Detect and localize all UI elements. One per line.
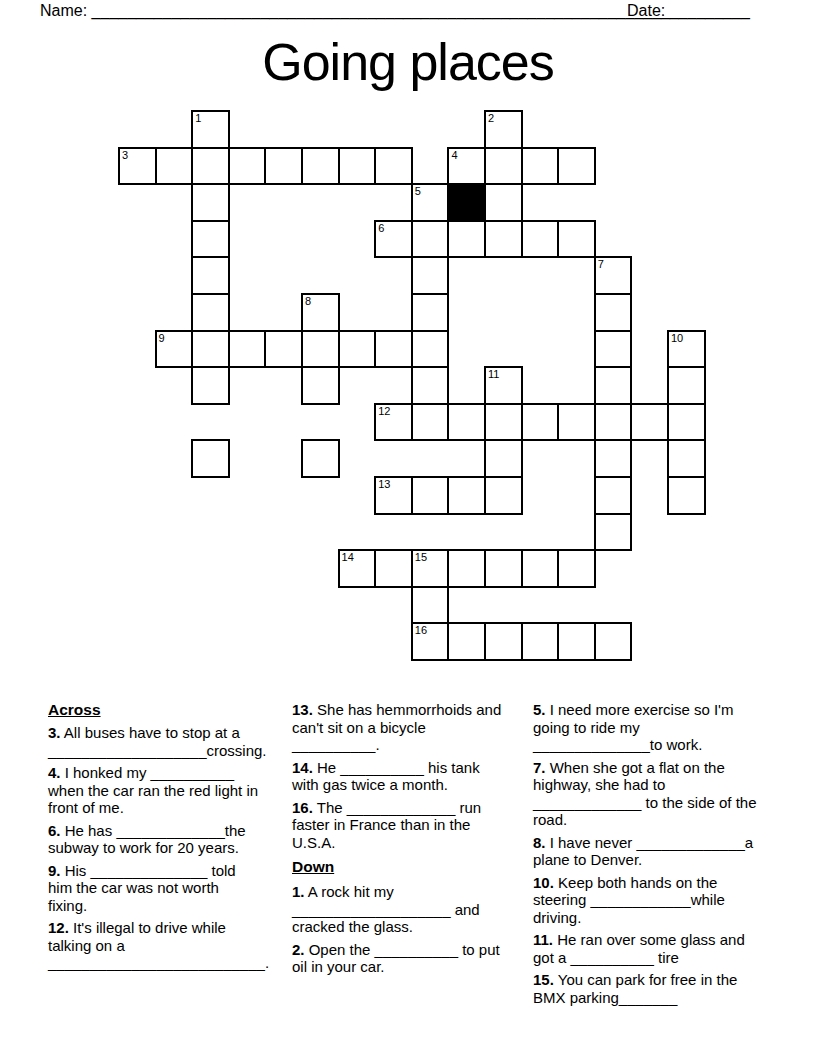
clue-number: 11. [533,931,553,948]
clue-text: Keep both hands on the steering ________… [533,874,725,926]
grid-cell-r1c9-num-4[interactable]: 4 [447,147,486,186]
grid-cell-r1c6[interactable] [338,147,377,186]
clue-across-12: 12. It's illegal to drive while talking … [48,919,288,972]
clue-text: All buses have to stop at a ____________… [48,724,267,759]
clue-number: 14. [292,759,313,776]
grid-cell-r6c3[interactable] [228,330,267,369]
grid-cell-r14c11[interactable] [521,622,560,661]
clue-number: 16. [292,799,313,816]
date-field: Date: _________ [627,2,750,20]
grid-cell-r7c15[interactable] [667,366,706,405]
grid-cell-r12c6-num-14[interactable]: 14 [338,549,377,588]
blocked-cell-r2c9 [447,183,486,222]
clue-down-15: 15. You can park for free in the BMX par… [533,971,773,1006]
grid-cell-r8c14[interactable] [630,403,669,442]
date-label: Date: [627,2,665,19]
clue-column-2: 13. She has hemmorrhoids and can't sit o… [292,701,532,981]
clue-text: The _____________ run faster in France t… [292,799,481,851]
grid-cell-r1c10[interactable] [484,147,523,186]
clue-down-5: 5. I need more exercise so I'm going to … [533,701,773,754]
grid-cell-r10c8[interactable] [411,476,450,515]
grid-cell-r3c7-num-6[interactable]: 6 [374,220,413,259]
clue-number: 8. [533,834,546,851]
cell-number-14: 14 [342,551,354,564]
clue-text: His ______________ told him the car was … [48,862,236,914]
clue-text: When she got a flat on the highway, she … [533,759,757,829]
grid-cell-r9c2[interactable] [191,439,230,478]
grid-cell-r8c7-num-12[interactable]: 12 [374,403,413,442]
clue-across-13: 13. She has hemmorrhoids and can't sit o… [292,701,532,754]
cell-number-9: 9 [159,332,165,345]
grid-cell-r6c5[interactable] [301,330,340,369]
grid-cell-r12c9[interactable] [447,549,486,588]
clue-across-4: 4. I honked my __________ when the car r… [48,764,288,817]
grid-cell-r4c2[interactable] [191,256,230,295]
grid-cell-r9c15[interactable] [667,439,706,478]
clue-across-9: 9. His ______________ told him the car w… [48,862,288,915]
grid-cell-r3c11[interactable] [521,220,560,259]
cell-number-4: 4 [451,149,457,162]
clue-number: 3. [48,724,61,741]
grid-cell-r0c10-num-2[interactable]: 2 [484,110,523,149]
grid-cell-r1c5[interactable] [301,147,340,186]
grid-cell-r1c12[interactable] [557,147,596,186]
grid-cell-r12c11[interactable] [521,549,560,588]
grid-cell-r1c7[interactable] [374,147,413,186]
grid-cell-r6c13[interactable] [594,330,633,369]
clue-column-1: Across3. All buses have to stop at a ___… [48,701,288,977]
grid-cell-r10c15[interactable] [667,476,706,515]
grid-cell-r12c12[interactable] [557,549,596,588]
grid-cell-r10c13[interactable] [594,476,633,515]
date-blank-line[interactable]: _________ [670,2,750,19]
clue-text: She has hemmorrhoids and can't sit on a … [292,701,501,753]
grid-cell-r7c2[interactable] [191,366,230,405]
grid-cell-r8c8[interactable] [411,403,450,442]
grid-cell-r8c15[interactable] [667,403,706,442]
cell-number-1: 1 [195,112,201,125]
clue-number: 13. [292,701,313,718]
grid-cell-r14c9[interactable] [447,622,486,661]
cell-number-5: 5 [415,185,421,198]
grid-cell-r1c4[interactable] [264,147,303,186]
clue-number: 4. [48,764,61,781]
grid-cell-r3c9[interactable] [447,220,486,259]
clue-text: Open the __________ to put oil in your c… [292,941,500,976]
clue-number: 15. [533,971,554,988]
clue-number: 1. [292,883,305,900]
cell-number-16: 16 [415,624,427,637]
grid-cell-r14c13[interactable] [594,622,633,661]
grid-cell-r3c8[interactable] [411,220,450,259]
clue-number: 5. [533,701,546,718]
down-header: Down [292,858,532,876]
grid-cell-r14c12[interactable] [557,622,596,661]
crossword-grid: 12345678910111213141516 [118,110,708,662]
clue-across-16: 16. The _____________ run faster in Fran… [292,799,532,852]
clue-across-6: 6. He has _____________the subway to wor… [48,822,288,857]
grid-cell-r10c10[interactable] [484,476,523,515]
clue-text: He ran over some glass and got a _______… [533,931,745,966]
grid-cell-r8c12[interactable] [557,403,596,442]
grid-cell-r0c2-num-1[interactable]: 1 [191,110,230,149]
clue-number: 10. [533,874,554,891]
grid-cell-r6c6[interactable] [338,330,377,369]
grid-cell-r4c8[interactable] [411,256,450,295]
grid-cell-r6c15-num-10[interactable]: 10 [667,330,706,369]
grid-cell-r14c10[interactable] [484,622,523,661]
grid-cell-r5c5-num-8[interactable]: 8 [301,293,340,332]
clue-across-3: 3. All buses have to stop at a _________… [48,724,288,759]
clue-number: 2. [292,941,305,958]
clue-text: I need more exercise so I'm going to rid… [533,701,733,753]
name-blank-line[interactable]: ________________________________________… [92,2,670,19]
grid-cell-r2c10[interactable] [484,183,523,222]
cell-number-13: 13 [378,478,390,491]
clue-number: 12. [48,919,69,936]
grid-cell-r10c7-num-13[interactable]: 13 [374,476,413,515]
name-field: Name: __________________________________… [40,2,670,20]
clue-text: I have never _____________a plane to Den… [533,834,753,869]
clue-down-11: 11. He ran over some glass and got a ___… [533,931,773,966]
grid-cell-r1c2[interactable] [191,147,230,186]
clue-down-10: 10. Keep both hands on the steering ____… [533,874,773,927]
cell-number-11: 11 [488,368,499,381]
grid-cell-r8c9[interactable] [447,403,486,442]
grid-cell-r14c8-num-16[interactable]: 16 [411,622,450,661]
clue-across-14: 14. He __________ his tank with gas twic… [292,759,532,794]
clue-text: I honked my __________ when the car ran … [48,764,258,816]
clue-number: 6. [48,822,61,839]
grid-cell-r12c7[interactable] [374,549,413,588]
cell-number-15: 15 [415,551,427,564]
name-label: Name: [40,2,87,19]
clue-number: 9. [48,862,61,879]
grid-cell-r2c8-num-5[interactable]: 5 [411,183,450,222]
grid-cell-r1c3[interactable] [228,147,267,186]
grid-cell-r9c10[interactable] [484,439,523,478]
grid-cell-r6c4[interactable] [264,330,303,369]
grid-cell-r6c2[interactable] [191,330,230,369]
across-header: Across [48,701,288,719]
grid-cell-r8c13[interactable] [594,403,633,442]
cell-number-6: 6 [378,222,384,235]
cell-number-7: 7 [598,258,604,271]
cell-number-10: 10 [671,332,683,345]
clue-text: It's illegal to drive while talking on a… [48,919,269,971]
grid-cell-r1c11[interactable] [521,147,560,186]
grid-cell-r1c0-num-3[interactable]: 3 [118,147,157,186]
grid-cell-r12c8-num-15[interactable]: 15 [411,549,450,588]
grid-cell-r5c8[interactable] [411,293,450,332]
grid-cell-r8c10[interactable] [484,403,523,442]
cell-number-8: 8 [305,295,311,308]
grid-cell-r9c13[interactable] [594,439,633,478]
clue-text: A rock hit my ___________________ and cr… [292,883,480,935]
grid-cell-r10c9[interactable] [447,476,486,515]
grid-cell-r7c10-num-11[interactable]: 11 [484,366,523,405]
grid-cell-r12c10[interactable] [484,549,523,588]
grid-cell-r2c2[interactable] [191,183,230,222]
grid-cell-r1c1[interactable] [155,147,194,186]
grid-cell-r3c2[interactable] [191,220,230,259]
clue-down-7: 7. When she got a flat on the highway, s… [533,759,773,829]
grid-cell-r9c5[interactable] [301,439,340,478]
grid-cell-r7c13[interactable] [594,366,633,405]
grid-cell-r13c8[interactable] [411,586,450,625]
cell-number-12: 12 [378,405,390,418]
grid-cell-r6c7[interactable] [374,330,413,369]
clue-text: He __________ his tank with gas twice a … [292,759,480,794]
clue-down-8: 8. I have never _____________a plane to … [533,834,773,869]
grid-cell-r5c13[interactable] [594,293,633,332]
cell-number-2: 2 [488,112,494,125]
grid-cell-r3c10[interactable] [484,220,523,259]
puzzle-title: Going places [0,32,816,92]
grid-cell-r3c12[interactable] [557,220,596,259]
clue-number: 7. [533,759,546,776]
grid-cell-r11c13[interactable] [594,513,633,552]
worksheet-page: Name: __________________________________… [0,0,816,1056]
grid-cell-r6c8[interactable] [411,330,450,369]
grid-cell-r6c1-num-9[interactable]: 9 [155,330,194,369]
clue-text: You can park for free in the BMX parking… [533,971,737,1006]
clue-down-2: 2. Open the __________ to put oil in you… [292,941,532,976]
grid-cell-r4c13-num-7[interactable]: 7 [594,256,633,295]
grid-cell-r7c5[interactable] [301,366,340,405]
clue-down-1: 1. A rock hit my ___________________ and… [292,883,532,936]
grid-cell-r8c11[interactable] [521,403,560,442]
clue-column-3: 5. I need more exercise so I'm going to … [533,701,773,1011]
grid-cell-r5c2[interactable] [191,293,230,332]
clue-text: He has _____________the subway to work f… [48,822,246,857]
grid-cell-r7c8[interactable] [411,366,450,405]
cell-number-3: 3 [122,149,128,162]
